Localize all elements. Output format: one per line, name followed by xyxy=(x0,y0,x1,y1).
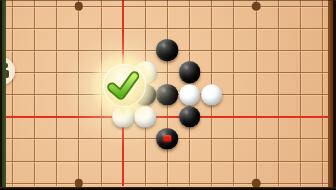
grid-horizontal-line xyxy=(4,161,329,162)
grid-horizontal-line xyxy=(4,28,329,29)
screen-bottom-edge xyxy=(0,187,336,190)
crosshair-horizontal-line xyxy=(0,116,336,118)
confirm-check-icon[interactable] xyxy=(106,70,141,101)
grid-horizontal-line xyxy=(4,6,329,7)
star-point xyxy=(75,2,84,11)
black-stone xyxy=(179,106,201,128)
screen-top-edge xyxy=(0,0,336,1)
black-stone xyxy=(179,62,201,84)
black-stone xyxy=(157,84,179,106)
last-move-marker xyxy=(164,135,172,143)
gomoku-game-screen xyxy=(0,0,336,189)
white-stone xyxy=(179,84,201,106)
black-stone xyxy=(157,40,179,62)
grid-horizontal-line xyxy=(4,183,329,184)
board-left-frame xyxy=(2,0,6,189)
white-stone xyxy=(201,84,223,106)
star-point xyxy=(252,2,261,11)
grid-horizontal-line xyxy=(4,72,329,73)
